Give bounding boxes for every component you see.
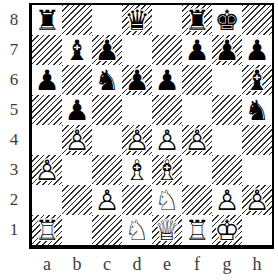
piece-glyph: ♞ [242, 95, 272, 125]
square-g8[interactable]: ♚ [212, 5, 242, 35]
rank-label-5: 5 [4, 95, 24, 125]
square-b2[interactable] [62, 185, 92, 215]
piece-outline-glyph: ♙ [212, 185, 242, 215]
square-e6[interactable]: ♟ [152, 65, 182, 95]
white-pawn[interactable]: ♟♙ [242, 185, 272, 215]
square-f7[interactable]: ♟ [182, 35, 212, 65]
white-bishop[interactable]: ♝♗ [122, 155, 152, 185]
black-knight[interactable]: ♞ [242, 95, 272, 125]
file-label-d: d [122, 252, 152, 276]
square-e2[interactable]: ♞♘ [152, 185, 182, 215]
rank-label-1: 1 [4, 215, 24, 245]
square-f6[interactable] [182, 65, 212, 95]
file-label-e: e [152, 252, 182, 276]
square-e4[interactable]: ♟♙ [152, 125, 182, 155]
square-a2[interactable] [32, 185, 62, 215]
piece-outline-glyph: ♙ [62, 125, 92, 155]
square-g6[interactable] [212, 65, 242, 95]
square-h3[interactable] [242, 155, 272, 185]
square-a8[interactable]: ♜ [32, 5, 62, 35]
square-a1[interactable]: ♜♖ [32, 215, 62, 245]
piece-glyph: ♟ [122, 65, 152, 95]
piece-outline-glyph: ♘ [122, 215, 152, 245]
chess-board: ♜♛♜♚♝♟♟♟♟♟♞♟♟♝♟♞♟♙♟♙♟♙♟♙♟♙♝♗♝♗♟♙♞♘♟♙♟♙♜♖… [29, 3, 274, 249]
square-c4[interactable] [92, 125, 122, 155]
square-c6[interactable]: ♞ [92, 65, 122, 95]
black-king[interactable]: ♚ [212, 5, 242, 35]
white-rook[interactable]: ♜♖ [32, 215, 62, 245]
piece-glyph: ♜ [182, 5, 212, 35]
rank-label-7: 7 [4, 35, 24, 65]
piece-outline-glyph: ♖ [182, 215, 212, 245]
square-c1[interactable] [92, 215, 122, 245]
square-f8[interactable]: ♜ [182, 5, 212, 35]
white-pawn[interactable]: ♟♙ [32, 155, 62, 185]
square-b8[interactable] [62, 5, 92, 35]
black-pawn[interactable]: ♟ [212, 35, 242, 65]
rank-label-8: 8 [4, 5, 24, 35]
square-d1[interactable]: ♞♘ [122, 215, 152, 245]
file-label-b: b [62, 252, 92, 276]
square-c7[interactable]: ♟ [92, 35, 122, 65]
piece-glyph: ♜ [32, 5, 62, 35]
piece-outline-glyph: ♕ [152, 215, 182, 245]
square-a5[interactable] [32, 95, 62, 125]
square-c5[interactable] [92, 95, 122, 125]
square-h8[interactable] [242, 5, 272, 35]
square-d5[interactable] [122, 95, 152, 125]
square-g4[interactable] [212, 125, 242, 155]
black-pawn[interactable]: ♟ [242, 35, 272, 65]
white-knight[interactable]: ♞♘ [122, 215, 152, 245]
square-d8[interactable]: ♛ [122, 5, 152, 35]
rank-label-2: 2 [4, 185, 24, 215]
piece-outline-glyph: ♖ [32, 215, 62, 245]
piece-outline-glyph: ♙ [242, 185, 272, 215]
square-b1[interactable] [62, 215, 92, 245]
piece-glyph: ♛ [122, 5, 152, 35]
piece-glyph: ♟ [182, 35, 212, 65]
square-h6[interactable]: ♝ [242, 65, 272, 95]
square-b6[interactable] [62, 65, 92, 95]
piece-glyph: ♝ [242, 65, 272, 95]
square-g3[interactable] [212, 155, 242, 185]
square-h4[interactable] [242, 125, 272, 155]
square-d3[interactable]: ♝♗ [122, 155, 152, 185]
square-g7[interactable]: ♟ [212, 35, 242, 65]
white-pawn[interactable]: ♟♙ [122, 125, 152, 155]
square-e1[interactable]: ♛♕ [152, 215, 182, 245]
file-label-c: c [92, 252, 122, 276]
square-e7[interactable] [152, 35, 182, 65]
piece-glyph: ♚ [212, 5, 242, 35]
piece-glyph: ♞ [92, 65, 122, 95]
black-pawn[interactable]: ♟ [122, 65, 152, 95]
square-d7[interactable] [122, 35, 152, 65]
file-label-a: a [32, 252, 62, 276]
white-bishop[interactable]: ♝♗ [152, 155, 182, 185]
piece-outline-glyph: ♗ [152, 155, 182, 185]
file-label-f: f [182, 252, 212, 276]
square-h7[interactable]: ♟ [242, 35, 272, 65]
piece-glyph: ♟ [152, 65, 182, 95]
square-d6[interactable]: ♟ [122, 65, 152, 95]
piece-outline-glyph: ♘ [152, 185, 182, 215]
square-f4[interactable]: ♟♙ [182, 125, 212, 155]
square-b3[interactable] [62, 155, 92, 185]
chess-diagram: 87654321 ♜♛♜♚♝♟♟♟♟♟♞♟♟♝♟♞♟♙♟♙♟♙♟♙♟♙♝♗♝♗♟… [0, 0, 278, 280]
black-bishop[interactable]: ♝ [242, 65, 272, 95]
square-b4[interactable]: ♟♙ [62, 125, 92, 155]
file-label-h: h [242, 252, 272, 276]
square-g2[interactable]: ♟♙ [212, 185, 242, 215]
black-knight[interactable]: ♞ [92, 65, 122, 95]
rank-label-6: 6 [4, 65, 24, 95]
square-h5[interactable]: ♞ [242, 95, 272, 125]
square-h1[interactable] [242, 215, 272, 245]
piece-outline-glyph: ♙ [122, 125, 152, 155]
black-pawn[interactable]: ♟ [182, 35, 212, 65]
square-a4[interactable] [32, 125, 62, 155]
black-pawn[interactable]: ♟ [92, 35, 122, 65]
piece-outline-glyph: ♙ [32, 155, 62, 185]
square-a7[interactable] [32, 35, 62, 65]
square-d4[interactable]: ♟♙ [122, 125, 152, 155]
square-a3[interactable]: ♟♙ [32, 155, 62, 185]
square-g1[interactable]: ♚♔ [212, 215, 242, 245]
white-pawn[interactable]: ♟♙ [92, 185, 122, 215]
piece-glyph: ♟ [32, 65, 62, 95]
square-f2[interactable] [182, 185, 212, 215]
square-a6[interactable]: ♟ [32, 65, 62, 95]
piece-glyph: ♟ [242, 35, 272, 65]
white-pawn[interactable]: ♟♙ [62, 125, 92, 155]
piece-outline-glyph: ♔ [212, 215, 242, 245]
black-pawn[interactable]: ♟ [152, 65, 182, 95]
white-rook[interactable]: ♜♖ [182, 215, 212, 245]
square-f3[interactable] [182, 155, 212, 185]
white-king[interactable]: ♚♔ [212, 215, 242, 245]
white-pawn[interactable]: ♟♙ [152, 125, 182, 155]
square-h2[interactable]: ♟♙ [242, 185, 272, 215]
black-pawn[interactable]: ♟ [62, 95, 92, 125]
piece-outline-glyph: ♙ [152, 125, 182, 155]
square-b7[interactable]: ♝ [62, 35, 92, 65]
black-queen[interactable]: ♛ [122, 5, 152, 35]
white-pawn[interactable]: ♟♙ [212, 185, 242, 215]
piece-glyph: ♟ [212, 35, 242, 65]
white-pawn[interactable]: ♟♙ [182, 125, 212, 155]
black-rook[interactable]: ♜ [32, 5, 62, 35]
black-pawn[interactable]: ♟ [32, 65, 62, 95]
square-f5[interactable] [182, 95, 212, 125]
square-e3[interactable]: ♝♗ [152, 155, 182, 185]
piece-outline-glyph: ♗ [122, 155, 152, 185]
piece-glyph: ♟ [62, 95, 92, 125]
file-label-g: g [212, 252, 242, 276]
piece-outline-glyph: ♙ [92, 185, 122, 215]
square-c8[interactable] [92, 5, 122, 35]
black-bishop[interactable]: ♝ [62, 35, 92, 65]
square-f1[interactable]: ♜♖ [182, 215, 212, 245]
rank-label-4: 4 [4, 125, 24, 155]
piece-glyph: ♝ [62, 35, 92, 65]
square-g5[interactable] [212, 95, 242, 125]
rank-label-3: 3 [4, 155, 24, 185]
piece-glyph: ♟ [92, 35, 122, 65]
square-d2[interactable] [122, 185, 152, 215]
white-knight[interactable]: ♞♘ [152, 185, 182, 215]
piece-outline-glyph: ♙ [182, 125, 212, 155]
square-e8[interactable] [152, 5, 182, 35]
square-c2[interactable]: ♟♙ [92, 185, 122, 215]
square-b5[interactable]: ♟ [62, 95, 92, 125]
black-rook[interactable]: ♜ [182, 5, 212, 35]
white-queen[interactable]: ♛♕ [152, 215, 182, 245]
square-c3[interactable] [92, 155, 122, 185]
square-e5[interactable] [152, 95, 182, 125]
